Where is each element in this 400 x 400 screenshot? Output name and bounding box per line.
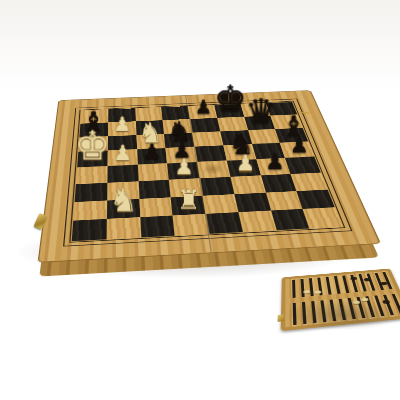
square-b2[interactable]: ♞ xyxy=(107,199,140,219)
square-b7[interactable]: ♟ xyxy=(108,121,136,136)
white-pawn-d4[interactable]: ♟ xyxy=(174,156,193,178)
black-king-f8[interactable]: ♚ xyxy=(214,80,247,116)
white-pawn-b7[interactable]: ♟ xyxy=(113,115,131,135)
square-c2[interactable] xyxy=(139,197,173,217)
square-c1[interactable] xyxy=(140,216,175,238)
square-b4[interactable] xyxy=(107,165,138,183)
square-f3[interactable] xyxy=(230,175,265,194)
square-e3[interactable] xyxy=(200,177,234,196)
square-e6[interactable] xyxy=(192,131,223,147)
square-f4[interactable]: ♟ xyxy=(227,159,261,176)
black-queen-g7[interactable]: ♛ xyxy=(246,94,277,129)
square-a1[interactable] xyxy=(72,219,107,241)
black-pawn-g4[interactable]: ♟ xyxy=(266,152,285,173)
photo-scene: ♟♚♝♟♛♟♞♞♝♚♟♟♟♞♟♟♟♟♞♜ xyxy=(0,0,400,400)
square-h2[interactable] xyxy=(297,189,335,209)
square-d2[interactable]: ♜ xyxy=(171,196,206,216)
square-d4[interactable]: ♟ xyxy=(167,162,199,180)
square-e4[interactable] xyxy=(197,161,230,179)
white-knight-b2[interactable]: ♞ xyxy=(109,185,138,217)
square-g4[interactable]: ♟ xyxy=(256,158,291,175)
square-h3[interactable] xyxy=(291,172,328,190)
chess-playfield: ♟♚♝♟♛♟♞♞♝♚♟♟♟♞♟♟♟♟♞♜ xyxy=(69,101,345,243)
square-c4[interactable] xyxy=(137,163,169,181)
black-pawn-h5[interactable]: ♟ xyxy=(290,135,309,156)
square-a2[interactable] xyxy=(73,200,107,221)
square-b1[interactable] xyxy=(106,217,140,239)
square-b5[interactable]: ♟ xyxy=(107,149,137,166)
square-e7[interactable] xyxy=(190,118,220,133)
square-a4[interactable] xyxy=(76,166,107,184)
square-e5[interactable] xyxy=(194,145,226,162)
white-rook-d2[interactable]: ♜ xyxy=(177,187,201,213)
white-pawn-b5[interactable]: ♟ xyxy=(113,143,132,164)
white-pawn-f4[interactable]: ♟ xyxy=(235,153,254,175)
square-d1[interactable] xyxy=(173,214,209,236)
square-f8[interactable]: ♚ xyxy=(214,104,244,118)
square-e1[interactable] xyxy=(206,212,243,234)
square-e2[interactable] xyxy=(203,194,239,214)
black-pawn-c5[interactable]: ♟ xyxy=(143,142,162,163)
square-h5[interactable]: ♟ xyxy=(280,142,314,158)
chess-board: ♟♚♝♟♛♟♞♞♝♚♟♟♟♞♟♟♟♟♞♜ xyxy=(38,90,382,262)
square-c3[interactable] xyxy=(138,180,171,199)
square-c5[interactable]: ♟ xyxy=(137,148,168,165)
dark-checker-2[interactable] xyxy=(380,281,388,284)
backgammon-shadow xyxy=(284,300,400,330)
square-h4[interactable] xyxy=(285,157,320,174)
square-f2[interactable] xyxy=(234,192,271,212)
black-pawn-e8[interactable]: ♟ xyxy=(195,98,212,117)
white-king-a5[interactable]: ♚ xyxy=(74,125,110,165)
square-a3[interactable] xyxy=(75,183,108,202)
square-f1[interactable] xyxy=(238,211,276,232)
square-h1[interactable] xyxy=(303,207,343,228)
gold-loop-icon xyxy=(297,98,313,116)
square-a5[interactable]: ♚ xyxy=(77,151,107,168)
